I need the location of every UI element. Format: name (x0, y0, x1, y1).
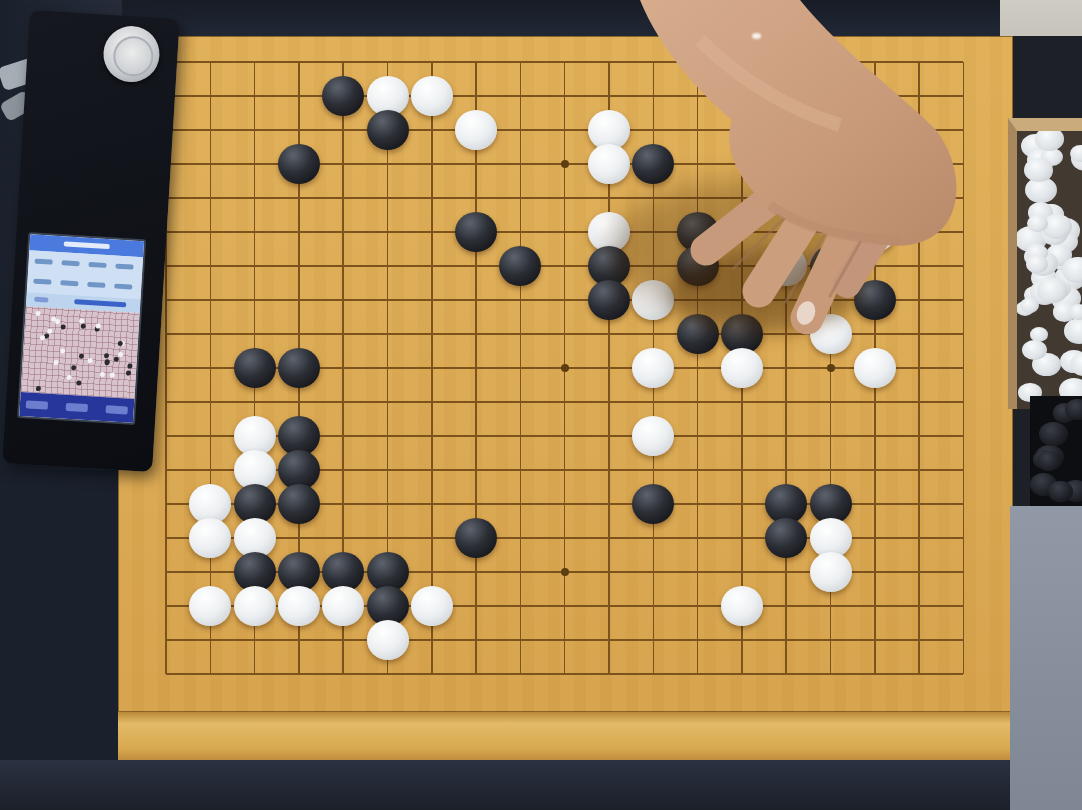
screen-menu-item (87, 282, 105, 288)
hoshi-dot (561, 364, 569, 372)
stone-white (411, 586, 453, 626)
stone-black (278, 348, 320, 388)
stone-white (278, 586, 320, 626)
kifu-stone-dot (117, 341, 122, 346)
kifu-mini-board (21, 306, 140, 399)
kifu-stone-dot (67, 375, 72, 380)
stone-white (632, 416, 674, 456)
kifu-stone-dot (61, 324, 66, 329)
kifu-stone-dot (55, 319, 60, 324)
grid-line-vertical (697, 62, 699, 674)
stone-white (854, 348, 896, 388)
device-screen (17, 232, 146, 425)
bowl-white-stone (1037, 278, 1068, 303)
stone-black (278, 144, 320, 184)
stone-black (588, 280, 630, 320)
stone-white (810, 552, 852, 592)
kifu-stone-dot (103, 353, 108, 358)
bowl-white-stone (1035, 127, 1064, 151)
hand-shadow (670, 250, 860, 335)
kifu-stone-dot (96, 324, 101, 329)
kifu-stone-dot (39, 335, 44, 340)
hoshi-dot (827, 160, 835, 168)
grid-line-vertical (918, 62, 920, 674)
kifu-stone-dot (114, 357, 119, 362)
screen-menu-item (61, 260, 79, 266)
kifu-stone-dot (127, 364, 132, 369)
stone-black (455, 212, 497, 252)
kifu-stone-dot (126, 370, 131, 375)
device-knob-ring (112, 35, 154, 77)
kifu-stone-dot (110, 373, 115, 378)
screen-menu-item (60, 280, 78, 286)
screen-menu-item (33, 279, 51, 285)
stone-black (765, 518, 807, 558)
bowl-white-stone (1027, 215, 1048, 232)
stone-white (189, 518, 231, 558)
hoshi-dot (827, 364, 835, 372)
stone-white (721, 586, 763, 626)
kifu-stone-dot (79, 354, 84, 359)
screen-menu-item (35, 259, 53, 265)
stone-black (234, 348, 276, 388)
screen-menu (27, 250, 143, 299)
stone-black (322, 76, 364, 116)
hoshi-dot (561, 160, 569, 168)
table-cloth (1010, 506, 1082, 810)
bowl-black-stone (1039, 422, 1067, 446)
kifu-stone-dot (36, 311, 41, 316)
grid-line-vertical (785, 62, 787, 674)
background-bottom (0, 760, 1082, 810)
bowl-white-stone (1024, 158, 1053, 182)
stone-black (632, 144, 674, 184)
stone-white (367, 620, 409, 660)
device-knob (102, 24, 161, 83)
white-stone-box (1008, 118, 1082, 409)
stone-black (455, 518, 497, 558)
light-glint (752, 33, 761, 39)
stone-black (632, 484, 674, 524)
kifu-stone-dot (36, 386, 41, 391)
screen-menu-item (88, 262, 106, 268)
kifu-stone-dot (44, 333, 49, 338)
kifu-stone-dot (118, 352, 123, 357)
kifu-stone-dot (71, 365, 76, 370)
bowl-black-stone (1037, 451, 1061, 471)
bowl-black-stone (1065, 399, 1082, 420)
stone-white (455, 110, 497, 150)
stone-white (411, 76, 453, 116)
stone-black (278, 484, 320, 524)
stone-white (234, 586, 276, 626)
grid-line-horizontal (166, 639, 963, 641)
kifu-stone-dot (60, 348, 65, 353)
stone-white (189, 586, 231, 626)
grid-line-horizontal (166, 401, 963, 403)
bowl-white-stone (1069, 304, 1082, 319)
photo-scene (0, 0, 1082, 810)
kifu-stone-dot (80, 323, 85, 328)
stone-white (632, 348, 674, 388)
grid-line-vertical (963, 62, 965, 674)
stone-white (588, 144, 630, 184)
bowl-white-stone (1026, 255, 1048, 273)
kifu-stone-dot (53, 360, 58, 365)
stone-black (367, 110, 409, 150)
stone-white (322, 586, 364, 626)
kifu-stone-dot (79, 318, 84, 323)
black-stone-box (1030, 396, 1082, 506)
kifu-device (2, 10, 179, 472)
bowl-white-stone (1020, 298, 1039, 313)
stone-black (854, 280, 896, 320)
grid-line-horizontal (166, 673, 963, 675)
hoshi-dot (561, 568, 569, 576)
screen-menu-item (115, 264, 133, 270)
bowl-white-stone (1062, 257, 1082, 283)
kifu-stone-dot (88, 358, 93, 363)
kifu-stone-dot (100, 371, 105, 376)
board-front-face (118, 712, 1013, 764)
screen-menu-item (114, 284, 132, 290)
stone-white (721, 348, 763, 388)
kifu-stone-dot (76, 380, 81, 385)
